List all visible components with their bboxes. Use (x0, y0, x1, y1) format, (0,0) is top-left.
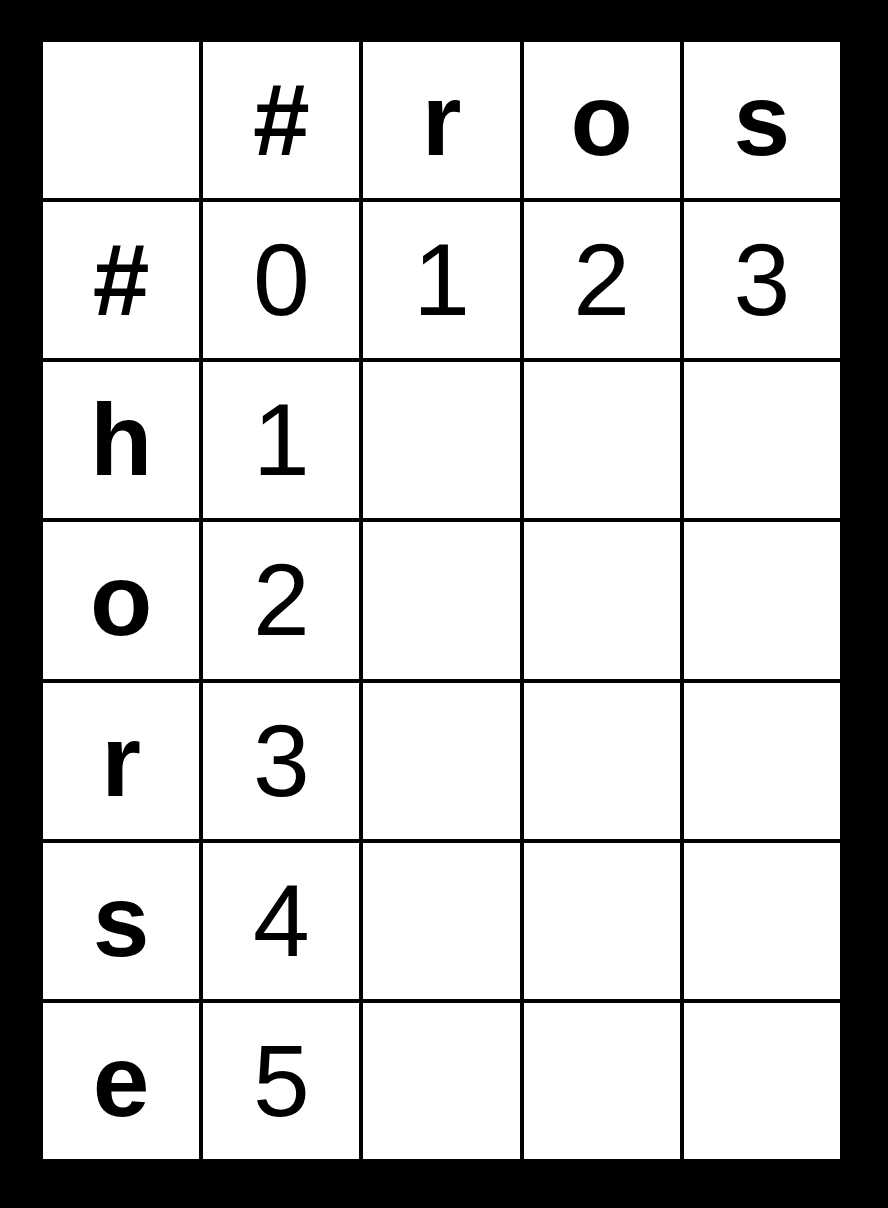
cell-r1c2-value: 1 (363, 202, 519, 358)
cell-r3c4-empty (684, 522, 840, 678)
cell-r3c1-value: 2 (203, 522, 359, 678)
cell-r6c4-empty (684, 1003, 840, 1159)
cell-r4c3-empty (524, 683, 680, 839)
cell-r3c2-empty (363, 522, 519, 678)
cell-r2c3-empty (524, 362, 680, 518)
cell-r6c1-value: 5 (203, 1003, 359, 1159)
cell-r5c2-empty (363, 843, 519, 999)
cell-r4c0-row-header: r (43, 683, 199, 839)
cell-r5c3-empty (524, 843, 680, 999)
cell-r1c1-value: 0 (203, 202, 359, 358)
cell-r1c3-value: 2 (524, 202, 680, 358)
cell-r5c1-value: 4 (203, 843, 359, 999)
cell-r2c1-value: 1 (203, 362, 359, 518)
cell-r0c3-col-header: o (524, 42, 680, 198)
cell-r6c0-row-header: e (43, 1003, 199, 1159)
cell-r3c0-row-header: o (43, 522, 199, 678)
cell-r0c4-col-header: s (684, 42, 840, 198)
cell-r0c2-col-header: r (363, 42, 519, 198)
cell-r2c2-empty (363, 362, 519, 518)
cell-r4c1-value: 3 (203, 683, 359, 839)
cell-r0c1-col-header: # (203, 42, 359, 198)
cell-r0c0-corner (43, 42, 199, 198)
cell-r2c0-row-header: h (43, 362, 199, 518)
cell-r6c2-empty (363, 1003, 519, 1159)
cell-r2c4-empty (684, 362, 840, 518)
cell-r4c4-empty (684, 683, 840, 839)
dp-table: # r o s # 0 1 2 3 h 1 o 2 r 3 s 4 e 5 (43, 42, 840, 1159)
cell-r1c4-value: 3 (684, 202, 840, 358)
cell-r1c0-row-header: # (43, 202, 199, 358)
cell-r5c0-row-header: s (43, 843, 199, 999)
cell-r5c4-empty (684, 843, 840, 999)
cell-r3c3-empty (524, 522, 680, 678)
cell-r6c3-empty (524, 1003, 680, 1159)
cell-r4c2-empty (363, 683, 519, 839)
